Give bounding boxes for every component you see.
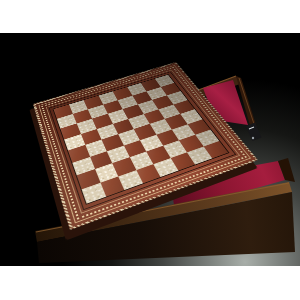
clasp-glint [252,137,254,139]
